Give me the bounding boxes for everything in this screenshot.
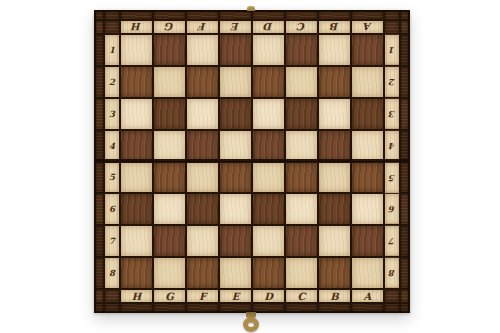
square-c3[interactable] [286, 99, 317, 129]
square-b6[interactable] [319, 194, 350, 224]
file-label-bottom-e: E [220, 290, 251, 302]
square-e8[interactable] [220, 258, 251, 288]
frame-segment [253, 304, 284, 311]
square-b8[interactable] [319, 258, 350, 288]
square-f1[interactable] [187, 35, 218, 65]
square-d2[interactable] [253, 67, 284, 97]
frame-corner [385, 21, 399, 33]
square-d7[interactable] [253, 226, 284, 256]
frame-segment [96, 131, 103, 161]
rank-label-left-2: 2 [105, 67, 119, 97]
square-a5[interactable] [352, 163, 383, 193]
square-g6[interactable] [154, 194, 185, 224]
frame-segment [187, 12, 218, 19]
square-a1[interactable] [352, 35, 383, 65]
file-label-bottom-h: H [121, 290, 152, 302]
rank-label-right-6: 6 [385, 194, 399, 224]
square-g3[interactable] [154, 99, 185, 129]
frame-segment [121, 12, 152, 19]
frame-corner [105, 21, 119, 33]
square-g8[interactable] [154, 258, 185, 288]
file-label-bottom-g: G [154, 290, 185, 302]
frame-segment [401, 290, 408, 302]
rank-label-right-5: 5 [385, 163, 399, 193]
frame-segment [96, 304, 103, 311]
rank-label-left-1: 1 [105, 35, 119, 65]
square-b4[interactable] [319, 131, 350, 161]
square-b5[interactable] [319, 163, 350, 193]
frame-segment [96, 226, 103, 256]
square-c8[interactable] [286, 258, 317, 288]
square-b2[interactable] [319, 67, 350, 97]
rank-label-right-2: 2 [385, 67, 399, 97]
square-h1[interactable] [121, 35, 152, 65]
frame-segment [96, 99, 103, 129]
rank-label-left-5: 5 [105, 163, 119, 193]
frame-segment [187, 304, 218, 311]
rank-label-left-3: 3 [105, 99, 119, 129]
square-a8[interactable] [352, 258, 383, 288]
frame-segment [401, 226, 408, 256]
square-h7[interactable] [121, 226, 152, 256]
square-c4[interactable] [286, 131, 317, 161]
square-c6[interactable] [286, 194, 317, 224]
frame-segment [385, 304, 399, 311]
file-label-bottom-c: C [286, 290, 317, 302]
frame-segment [401, 194, 408, 224]
frame-segment [401, 35, 408, 65]
file-label-top-b: B [319, 21, 350, 33]
frame-segment [401, 21, 408, 33]
square-d4[interactable] [253, 131, 284, 161]
square-f2[interactable] [187, 67, 218, 97]
frame-segment [401, 258, 408, 288]
square-e7[interactable] [220, 226, 251, 256]
square-e5[interactable] [220, 163, 251, 193]
square-h3[interactable] [121, 99, 152, 129]
file-label-bottom-b: B [319, 290, 350, 302]
square-d8[interactable] [253, 258, 284, 288]
frame-segment [220, 304, 251, 311]
square-f7[interactable] [187, 226, 218, 256]
clasp-ring [243, 317, 259, 332]
file-label-bottom-a: A [352, 290, 383, 302]
frame-segment [319, 304, 350, 311]
rank-label-right-8: 8 [385, 258, 399, 288]
frame-segment [96, 21, 103, 33]
square-g7[interactable] [154, 226, 185, 256]
square-a2[interactable] [352, 67, 383, 97]
rank-label-left-4: 4 [105, 131, 119, 161]
frame-corner [385, 290, 399, 302]
square-h5[interactable] [121, 163, 152, 193]
file-label-bottom-f: F [187, 290, 218, 302]
frame-segment [352, 12, 383, 19]
square-b7[interactable] [319, 226, 350, 256]
square-c7[interactable] [286, 226, 317, 256]
square-f4[interactable] [187, 131, 218, 161]
square-g5[interactable] [154, 163, 185, 193]
square-f6[interactable] [187, 194, 218, 224]
square-a4[interactable] [352, 131, 383, 161]
rank-label-left-8: 8 [105, 258, 119, 288]
frame-segment [96, 35, 103, 65]
square-b3[interactable] [319, 99, 350, 129]
frame-segment [286, 12, 317, 19]
file-label-top-a: A [352, 21, 383, 33]
file-label-top-c: C [286, 21, 317, 33]
frame-segment [385, 12, 399, 19]
file-label-top-d: D [253, 21, 284, 33]
square-f5[interactable] [187, 163, 218, 193]
square-c5[interactable] [286, 163, 317, 193]
square-h6[interactable] [121, 194, 152, 224]
square-e4[interactable] [220, 131, 251, 161]
square-g2[interactable] [154, 67, 185, 97]
square-d6[interactable] [253, 194, 284, 224]
frame-segment [154, 304, 185, 311]
square-b1[interactable] [319, 35, 350, 65]
chess-board: HGFEDCBA1122334455667788HGFEDCBA [94, 10, 410, 313]
square-e2[interactable] [220, 67, 251, 97]
rank-label-right-4: 4 [385, 131, 399, 161]
square-e1[interactable] [220, 35, 251, 65]
square-g4[interactable] [154, 131, 185, 161]
frame-segment [96, 194, 103, 224]
square-a3[interactable] [352, 99, 383, 129]
frame-segment [96, 12, 103, 19]
frame-segment [401, 67, 408, 97]
frame-segment [96, 67, 103, 97]
square-a7[interactable] [352, 226, 383, 256]
rank-label-right-7: 7 [385, 226, 399, 256]
square-c2[interactable] [286, 67, 317, 97]
frame-segment [154, 12, 185, 19]
rank-label-left-7: 7 [105, 226, 119, 256]
rank-label-right-3: 3 [385, 99, 399, 129]
frame-segment [286, 304, 317, 311]
frame-segment [220, 12, 251, 19]
square-c1[interactable] [286, 35, 317, 65]
frame-segment [253, 12, 284, 19]
square-f8[interactable] [187, 258, 218, 288]
file-label-top-e: E [220, 21, 251, 33]
square-h4[interactable] [121, 131, 152, 161]
frame-segment [401, 99, 408, 129]
square-d1[interactable] [253, 35, 284, 65]
rank-label-right-1: 1 [385, 35, 399, 65]
square-e6[interactable] [220, 194, 251, 224]
brass-clasp [241, 312, 261, 332]
frame-segment [105, 304, 119, 311]
file-label-top-f: F [187, 21, 218, 33]
square-f3[interactable] [187, 99, 218, 129]
frame-segment [96, 290, 103, 302]
square-d3[interactable] [253, 99, 284, 129]
frame-segment [105, 12, 119, 19]
frame-segment [401, 304, 408, 311]
square-h2[interactable] [121, 67, 152, 97]
frame-segment [352, 304, 383, 311]
file-label-bottom-d: D [253, 290, 284, 302]
square-h8[interactable] [121, 258, 152, 288]
frame-segment [401, 163, 408, 193]
frame-segment [96, 163, 103, 193]
frame-segment [319, 12, 350, 19]
file-label-top-h: H [121, 21, 152, 33]
frame-segment [96, 258, 103, 288]
square-d5[interactable] [253, 163, 284, 193]
photo-background: HGFEDCBA1122334455667788HGFEDCBA [0, 0, 500, 333]
frame-segment [401, 131, 408, 161]
file-label-top-g: G [154, 21, 185, 33]
frame-segment [121, 304, 152, 311]
frame-segment [401, 12, 408, 19]
rank-label-left-6: 6 [105, 194, 119, 224]
square-g1[interactable] [154, 35, 185, 65]
square-a6[interactable] [352, 194, 383, 224]
frame-corner [105, 290, 119, 302]
square-e3[interactable] [220, 99, 251, 129]
